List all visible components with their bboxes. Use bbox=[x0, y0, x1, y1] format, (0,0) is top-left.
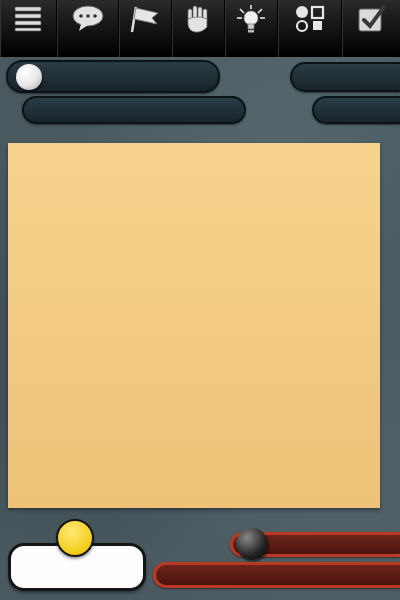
menu-button[interactable] bbox=[0, 0, 57, 57]
black-stone-icon bbox=[236, 528, 268, 560]
menu-icon bbox=[13, 3, 43, 35]
wait-hand-icon bbox=[185, 3, 211, 35]
komi-pill bbox=[290, 62, 400, 92]
player-captures-pill bbox=[153, 562, 400, 588]
hint-button[interactable] bbox=[225, 0, 278, 57]
handicap-pill bbox=[312, 96, 400, 124]
judge-button[interactable] bbox=[278, 0, 342, 57]
resign-flag-icon bbox=[130, 3, 160, 35]
computer-captures-pill bbox=[22, 96, 246, 124]
hint-bulb-icon bbox=[235, 3, 267, 35]
wait-button[interactable] bbox=[172, 0, 225, 57]
settings-check-icon bbox=[357, 3, 385, 35]
go-board[interactable] bbox=[8, 143, 380, 508]
judge-shapes-icon bbox=[295, 3, 325, 35]
settings-button[interactable] bbox=[342, 0, 400, 57]
white-stone-icon bbox=[16, 64, 42, 90]
resign-button[interactable] bbox=[119, 0, 172, 57]
pass-bubble-icon bbox=[71, 3, 105, 35]
pass-button[interactable] bbox=[57, 0, 119, 57]
toolbar bbox=[0, 0, 400, 57]
alert-badge-icon bbox=[56, 519, 94, 557]
computer-info-pill bbox=[6, 60, 220, 93]
